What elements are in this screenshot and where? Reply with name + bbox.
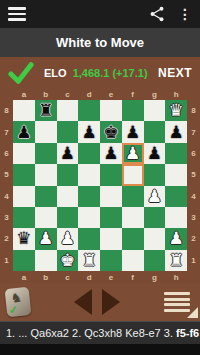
square-c1[interactable]: ♚ <box>57 250 79 271</box>
black-pawn: ♟ <box>103 145 118 162</box>
rank-label-3: 3 <box>0 207 13 228</box>
square-h4[interactable] <box>165 186 187 207</box>
rank-label-right-6: 6 <box>187 143 200 164</box>
square-e6[interactable]: ♟ <box>100 143 122 164</box>
square-e5[interactable] <box>100 164 122 185</box>
black-pawn: ♟ <box>147 145 162 162</box>
white-queen: ♛ <box>169 102 184 119</box>
square-b2[interactable]: ♟ <box>35 228 57 249</box>
square-c4[interactable] <box>57 186 79 207</box>
square-f1[interactable] <box>122 250 144 271</box>
app-window: ⋮ White to Move ELO 1,468.1 (+17.1) NEXT… <box>0 0 200 355</box>
black-pawn: ♟ <box>16 124 31 141</box>
page-title: White to Move <box>0 28 200 57</box>
square-b4[interactable] <box>35 186 57 207</box>
square-d5[interactable] <box>78 164 100 185</box>
square-e1[interactable] <box>100 250 122 271</box>
square-d7[interactable]: ♟ <box>78 121 100 142</box>
square-f7[interactable]: ♟ <box>122 121 144 142</box>
square-d3[interactable] <box>78 207 100 228</box>
square-g1[interactable] <box>144 250 166 271</box>
rank-label-1: 1 <box>0 250 13 271</box>
bottom-filler <box>0 344 200 355</box>
square-b6[interactable] <box>35 143 57 164</box>
black-queen: ♛ <box>16 230 31 247</box>
square-g7[interactable] <box>144 121 166 142</box>
square-a3[interactable] <box>13 207 35 228</box>
back-arrow-button[interactable] <box>74 289 92 315</box>
square-g5[interactable] <box>144 164 166 185</box>
rank-label-right-8: 8 <box>187 100 200 121</box>
rank-label-7: 7 <box>0 121 13 142</box>
file-label-g: g <box>144 271 166 283</box>
square-c7[interactable] <box>57 121 79 142</box>
square-d1[interactable]: ♜ <box>78 250 100 271</box>
next-puzzle-button[interactable]: NEXT <box>158 66 192 80</box>
square-h2[interactable]: ♟ <box>165 228 187 249</box>
square-c5[interactable] <box>57 164 79 185</box>
black-rook: ♜ <box>38 102 53 119</box>
square-b5[interactable] <box>35 164 57 185</box>
file-label-d: d <box>78 88 100 100</box>
square-h7[interactable]: ♟ <box>165 121 187 142</box>
square-f2[interactable] <box>122 228 144 249</box>
file-label-h: h <box>165 271 187 283</box>
white-rook: ♜ <box>82 252 97 269</box>
corner <box>0 88 13 100</box>
puzzle-thumbnail-icon[interactable]: ♞ ✓ <box>5 287 32 317</box>
black-pawn: ♟ <box>169 124 184 141</box>
square-h8[interactable]: ♛ <box>165 100 187 121</box>
file-label-c: c <box>57 88 79 100</box>
controls-bar: ♞ ✓ <box>0 283 200 321</box>
black-pawn: ♟ <box>125 124 140 141</box>
square-b3[interactable] <box>35 207 57 228</box>
file-label-c: c <box>57 271 79 283</box>
square-c3[interactable] <box>57 207 79 228</box>
square-c2[interactable]: ♟ <box>57 228 79 249</box>
check-badge-icon: ✓ <box>8 303 19 317</box>
square-a2[interactable]: ♛ <box>13 228 35 249</box>
status-row: ELO 1,468.1 (+17.1) NEXT <box>0 57 200 88</box>
menu-icon[interactable] <box>8 7 26 21</box>
corner <box>0 271 13 283</box>
file-label-e: e <box>100 271 122 283</box>
square-d4[interactable] <box>78 186 100 207</box>
corner <box>187 88 200 100</box>
square-g8[interactable] <box>144 100 166 121</box>
overflow-menu-icon[interactable]: ⋮ <box>178 5 192 23</box>
solved-check-icon <box>8 62 34 84</box>
moves-prefix: 1. ... Qa6xa2 2. Qc3xh8 Ke8-e7 3. <box>6 327 176 339</box>
current-move: f5-f6 <box>176 327 199 339</box>
white-pawn: ♟ <box>38 230 53 247</box>
elo-rating-value: 1,468.1 (+17.1) <box>73 67 158 79</box>
file-label-a: a <box>13 271 35 283</box>
square-b7[interactable] <box>35 121 57 142</box>
rank-label-right-7: 7 <box>187 121 200 142</box>
file-label-b: b <box>35 271 57 283</box>
square-e8[interactable] <box>100 100 122 121</box>
expand-handle-icon[interactable] <box>187 307 198 318</box>
square-g3[interactable] <box>144 207 166 228</box>
square-g6[interactable]: ♟ <box>144 143 166 164</box>
square-f4[interactable] <box>122 186 144 207</box>
square-f8[interactable] <box>122 100 144 121</box>
corner <box>187 271 200 283</box>
black-pawn: ♟ <box>60 145 75 162</box>
move-notation-bar[interactable]: 1. ... Qa6xa2 2. Qc3xh8 Ke8-e7 3. f5-f6 <box>0 321 200 344</box>
top-app-bar: ⋮ <box>0 0 200 28</box>
black-pawn: ♟ <box>82 124 97 141</box>
square-a5[interactable] <box>13 164 35 185</box>
square-a6[interactable] <box>13 143 35 164</box>
white-pawn: ♟ <box>169 230 184 247</box>
white-king: ♚ <box>60 252 75 269</box>
rank-label-right-2: 2 <box>187 228 200 249</box>
square-g2[interactable] <box>144 228 166 249</box>
square-g4[interactable]: ♟ <box>144 186 166 207</box>
file-label-g: g <box>144 88 166 100</box>
chess-board: abcdefgh8♜♛87♟♟♚♟♟76♟♟♟♟6554♟4332♛♟♟♟21♚… <box>0 88 200 283</box>
square-h6[interactable] <box>165 143 187 164</box>
square-d8[interactable] <box>78 100 100 121</box>
file-label-d: d <box>78 271 100 283</box>
square-a7[interactable]: ♟ <box>13 121 35 142</box>
file-label-f: f <box>122 88 144 100</box>
rank-label-right-5: 5 <box>187 164 200 185</box>
file-label-h: h <box>165 88 187 100</box>
board-zone: abcdefgh8♜♛87♟♟♚♟♟76♟♟♟♟6554♟4332♛♟♟♟21♚… <box>0 88 200 283</box>
file-label-b: b <box>35 88 57 100</box>
square-h3[interactable] <box>165 207 187 228</box>
rank-label-right-4: 4 <box>187 186 200 207</box>
square-a1[interactable] <box>13 250 35 271</box>
square-e3[interactable] <box>100 207 122 228</box>
square-a8[interactable] <box>13 100 35 121</box>
square-h5[interactable] <box>165 164 187 185</box>
rank-label-right-3: 3 <box>187 207 200 228</box>
file-label-a: a <box>13 88 35 100</box>
square-d2[interactable] <box>78 228 100 249</box>
rank-label-4: 4 <box>0 186 13 207</box>
white-rook: ♜ <box>169 252 184 269</box>
forward-arrow-button[interactable] <box>102 289 120 315</box>
file-label-f: f <box>122 271 144 283</box>
white-pawn: ♟ <box>60 230 75 247</box>
white-pawn: ♟ <box>125 145 140 162</box>
square-e2[interactable] <box>100 228 122 249</box>
rank-label-2: 2 <box>0 228 13 249</box>
square-b8[interactable]: ♜ <box>35 100 57 121</box>
square-c6[interactable]: ♟ <box>57 143 79 164</box>
square-a4[interactable] <box>13 186 35 207</box>
elo-label: ELO <box>44 67 67 79</box>
share-icon[interactable] <box>148 5 166 23</box>
square-b1[interactable] <box>35 250 57 271</box>
square-f5[interactable] <box>122 164 144 185</box>
white-pawn: ♟ <box>147 188 162 205</box>
file-label-e: e <box>100 88 122 100</box>
square-h1[interactable]: ♜ <box>165 250 187 271</box>
square-d6[interactable] <box>78 143 100 164</box>
black-king: ♚ <box>103 124 118 141</box>
square-c8[interactable] <box>57 100 79 121</box>
square-e4[interactable] <box>100 186 122 207</box>
rank-label-5: 5 <box>0 164 13 185</box>
rank-label-8: 8 <box>0 100 13 121</box>
square-f3[interactable] <box>122 207 144 228</box>
square-e7[interactable]: ♚ <box>100 121 122 142</box>
square-f6[interactable]: ♟ <box>122 143 144 164</box>
rank-label-6: 6 <box>0 143 13 164</box>
rank-label-right-1: 1 <box>187 250 200 271</box>
